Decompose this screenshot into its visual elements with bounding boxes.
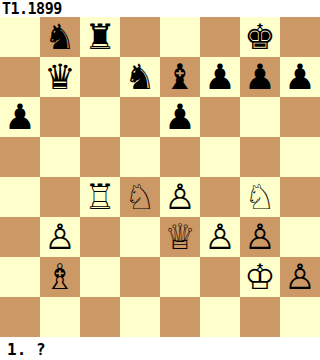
- square-g4[interactable]: ♘: [240, 177, 280, 217]
- square-c8[interactable]: ♜: [80, 17, 120, 57]
- square-a2[interactable]: [0, 257, 40, 297]
- square-a1[interactable]: [0, 297, 40, 337]
- square-g6[interactable]: [240, 97, 280, 137]
- square-e7[interactable]: ♝: [160, 57, 200, 97]
- square-a8[interactable]: [0, 17, 40, 57]
- square-d5[interactable]: [120, 137, 160, 177]
- piece-black-pawn: ♟: [244, 57, 275, 97]
- square-a5[interactable]: [0, 137, 40, 177]
- square-f4[interactable]: [200, 177, 240, 217]
- piece-black-pawn: ♟: [284, 57, 315, 97]
- square-f5[interactable]: [200, 137, 240, 177]
- square-h4[interactable]: [280, 177, 320, 217]
- piece-white-pawn: ♙: [204, 217, 235, 257]
- piece-black-pawn: ♟: [204, 57, 235, 97]
- square-d3[interactable]: [120, 217, 160, 257]
- square-h8[interactable]: [280, 17, 320, 57]
- piece-black-king: ♚: [244, 17, 275, 57]
- square-c3[interactable]: [80, 217, 120, 257]
- square-a4[interactable]: [0, 177, 40, 217]
- square-d7[interactable]: ♞: [120, 57, 160, 97]
- square-g2[interactable]: ♔: [240, 257, 280, 297]
- square-h5[interactable]: [280, 137, 320, 177]
- square-b6[interactable]: [40, 97, 80, 137]
- piece-white-pawn: ♙: [44, 217, 75, 257]
- square-d6[interactable]: [120, 97, 160, 137]
- square-d1[interactable]: [120, 297, 160, 337]
- square-e6[interactable]: ♟: [160, 97, 200, 137]
- piece-black-pawn: ♟: [164, 97, 195, 137]
- square-f2[interactable]: [200, 257, 240, 297]
- piece-white-knight: ♘: [124, 177, 155, 217]
- piece-black-rook: ♜: [84, 17, 115, 57]
- square-d4[interactable]: ♘: [120, 177, 160, 217]
- puzzle-title: T1.1899: [2, 0, 62, 16]
- square-e1[interactable]: [160, 297, 200, 337]
- piece-white-pawn: ♙: [284, 257, 315, 297]
- square-g5[interactable]: [240, 137, 280, 177]
- square-a3[interactable]: [0, 217, 40, 257]
- move-prompt: 1. ?: [7, 340, 46, 358]
- square-f3[interactable]: ♙: [200, 217, 240, 257]
- piece-black-bishop: ♝: [164, 57, 195, 97]
- square-d2[interactable]: [120, 257, 160, 297]
- square-c1[interactable]: [80, 297, 120, 337]
- square-g8[interactable]: ♚: [240, 17, 280, 57]
- square-h1[interactable]: [280, 297, 320, 337]
- piece-black-pawn: ♟: [4, 97, 35, 137]
- square-g7[interactable]: ♟: [240, 57, 280, 97]
- square-c7[interactable]: [80, 57, 120, 97]
- square-a6[interactable]: ♟: [0, 97, 40, 137]
- square-b4[interactable]: [40, 177, 80, 217]
- square-f6[interactable]: [200, 97, 240, 137]
- square-c2[interactable]: [80, 257, 120, 297]
- piece-white-pawn: ♙: [164, 177, 195, 217]
- square-d8[interactable]: [120, 17, 160, 57]
- square-e8[interactable]: [160, 17, 200, 57]
- piece-white-queen: ♕: [164, 217, 195, 257]
- square-b2[interactable]: ♗: [40, 257, 80, 297]
- square-e2[interactable]: [160, 257, 200, 297]
- square-e3[interactable]: ♕: [160, 217, 200, 257]
- piece-white-knight: ♘: [244, 177, 275, 217]
- square-b7[interactable]: ♛: [40, 57, 80, 97]
- piece-white-rook: ♖: [84, 177, 115, 217]
- square-b5[interactable]: [40, 137, 80, 177]
- square-c5[interactable]: [80, 137, 120, 177]
- square-f1[interactable]: [200, 297, 240, 337]
- square-h3[interactable]: [280, 217, 320, 257]
- square-f7[interactable]: ♟: [200, 57, 240, 97]
- square-e4[interactable]: ♙: [160, 177, 200, 217]
- square-b1[interactable]: [40, 297, 80, 337]
- piece-black-queen: ♛: [44, 57, 75, 97]
- square-e5[interactable]: [160, 137, 200, 177]
- square-b8[interactable]: ♞: [40, 17, 80, 57]
- chess-board: ♞♜♚♛♞♝♟♟♟♟♟♖♘♙♘♙♕♙♙♗♔♙: [0, 17, 320, 337]
- piece-black-knight: ♞: [124, 57, 155, 97]
- square-h6[interactable]: [280, 97, 320, 137]
- piece-white-bishop: ♗: [44, 257, 75, 297]
- square-h2[interactable]: ♙: [280, 257, 320, 297]
- square-c4[interactable]: ♖: [80, 177, 120, 217]
- square-h7[interactable]: ♟: [280, 57, 320, 97]
- square-g1[interactable]: [240, 297, 280, 337]
- square-a7[interactable]: [0, 57, 40, 97]
- square-b3[interactable]: ♙: [40, 217, 80, 257]
- square-f8[interactable]: [200, 17, 240, 57]
- square-c6[interactable]: [80, 97, 120, 137]
- chess-puzzle-window: T1.1899 ♞♜♚♛♞♝♟♟♟♟♟♖♘♙♘♙♕♙♙♗♔♙ 1. ?: [0, 0, 320, 360]
- piece-black-knight: ♞: [44, 17, 75, 57]
- square-g3[interactable]: ♙: [240, 217, 280, 257]
- piece-white-pawn: ♙: [244, 217, 275, 257]
- piece-white-king: ♔: [244, 257, 275, 297]
